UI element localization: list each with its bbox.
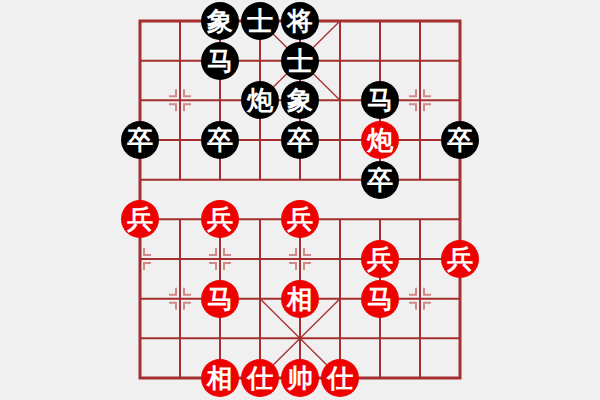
board-point-c6r8[interactable] [360, 318, 400, 358]
board-point-c8r4[interactable] [440, 160, 480, 200]
board-point-c3r9[interactable]: 仕 [240, 358, 280, 398]
board-point-c7r6[interactable] [400, 239, 440, 279]
board-point-c4r6[interactable] [280, 239, 320, 279]
board-point-c6r7[interactable]: 马 [360, 279, 400, 319]
board-point-c7r9[interactable] [400, 358, 440, 398]
piece-black-horse[interactable]: 马 [361, 81, 399, 119]
board-point-c8r1[interactable] [440, 41, 480, 81]
board-point-c3r6[interactable] [240, 239, 280, 279]
board-point-c4r5[interactable]: 兵 [280, 199, 320, 239]
board-point-c5r0[interactable] [320, 1, 360, 41]
board-point-c7r0[interactable] [400, 1, 440, 41]
board-point-c5r8[interactable] [320, 318, 360, 358]
board-point-c4r4[interactable] [280, 160, 320, 200]
board-point-c5r2[interactable] [320, 80, 360, 120]
board-point-c0r8[interactable] [120, 318, 160, 358]
board-point-c8r2[interactable] [440, 80, 480, 120]
board-point-c4r2[interactable]: 象 [280, 80, 320, 120]
board-point-c7r2[interactable] [400, 80, 440, 120]
board-point-c8r6[interactable]: 兵 [440, 239, 480, 279]
board-point-c1r3[interactable] [160, 120, 200, 160]
board-point-c2r7[interactable]: 马 [200, 279, 240, 319]
board-point-c6r2[interactable]: 马 [360, 80, 400, 120]
board-point-c1r9[interactable] [160, 358, 200, 398]
board-point-c7r1[interactable] [400, 41, 440, 81]
board-point-c2r3[interactable]: 卒 [200, 120, 240, 160]
board-point-c5r3[interactable] [320, 120, 360, 160]
piece-black-general[interactable]: 将 [281, 2, 319, 40]
board-point-c0r2[interactable] [120, 80, 160, 120]
piece-red-advisor[interactable]: 仕 [321, 359, 359, 397]
board-point-c1r4[interactable] [160, 160, 200, 200]
piece-black-elephant[interactable]: 象 [201, 2, 239, 40]
board-point-c1r1[interactable] [160, 41, 200, 81]
piece-red-advisor[interactable]: 仕 [241, 359, 279, 397]
board-point-c6r1[interactable] [360, 41, 400, 81]
piece-black-horse[interactable]: 马 [201, 42, 239, 80]
board-point-c2r2[interactable] [200, 80, 240, 120]
board-point-c8r9[interactable] [440, 358, 480, 398]
piece-red-general[interactable]: 帅 [281, 359, 319, 397]
xiangqi-diagram: 象士将马士炮象马卒卒卒炮卒卒兵兵兵兵兵马相马相仕帅仕 [0, 0, 600, 400]
board-point-c6r4[interactable]: 卒 [360, 160, 400, 200]
board-point-c3r7[interactable] [240, 279, 280, 319]
piece-black-soldier[interactable]: 卒 [281, 121, 319, 159]
board-point-c1r6[interactable] [160, 239, 200, 279]
board-point-c4r7[interactable]: 相 [280, 279, 320, 319]
piece-red-elephant[interactable]: 相 [281, 280, 319, 318]
board-point-c2r4[interactable] [200, 160, 240, 200]
board-point-c5r4[interactable] [320, 160, 360, 200]
board-point-c1r2[interactable] [160, 80, 200, 120]
board-point-c5r5[interactable] [320, 199, 360, 239]
board-point-c1r7[interactable] [160, 279, 200, 319]
board-point-c2r0[interactable]: 象 [200, 1, 240, 41]
board-point-c0r5[interactable]: 兵 [120, 199, 160, 239]
board-point-c4r9[interactable]: 帅 [280, 358, 320, 398]
board-point-c7r5[interactable] [400, 199, 440, 239]
board-point-c2r6[interactable] [200, 239, 240, 279]
board-point-c2r8[interactable] [200, 318, 240, 358]
piece-black-soldier[interactable]: 卒 [121, 121, 159, 159]
board-point-c3r0[interactable]: 士 [240, 1, 280, 41]
board-point-c6r3[interactable]: 炮 [360, 120, 400, 160]
board-point-c8r3[interactable]: 卒 [440, 120, 480, 160]
board-point-c1r0[interactable] [160, 1, 200, 41]
piece-black-elephant[interactable]: 象 [281, 81, 319, 119]
board-point-c5r6[interactable] [320, 239, 360, 279]
piece-black-soldier[interactable]: 卒 [361, 161, 399, 199]
board-point-c6r5[interactable] [360, 199, 400, 239]
board-point-c8r8[interactable] [440, 318, 480, 358]
board-point-c7r3[interactable] [400, 120, 440, 160]
board-point-c2r9[interactable]: 相 [200, 358, 240, 398]
board-point-c3r5[interactable] [240, 199, 280, 239]
board-point-c0r1[interactable] [120, 41, 160, 81]
board-point-c7r7[interactable] [400, 279, 440, 319]
board-point-c3r8[interactable] [240, 318, 280, 358]
board-point-c5r1[interactable] [320, 41, 360, 81]
piece-red-elephant[interactable]: 相 [201, 359, 239, 397]
board-point-c4r1[interactable]: 士 [280, 41, 320, 81]
board-point-c5r7[interactable] [320, 279, 360, 319]
board-point-c1r8[interactable] [160, 318, 200, 358]
board-point-c0r7[interactable] [120, 279, 160, 319]
piece-black-soldier[interactable]: 卒 [201, 121, 239, 159]
piece-red-soldier[interactable]: 兵 [121, 200, 159, 238]
board-point-c0r0[interactable] [120, 1, 160, 41]
board-point-c8r7[interactable] [440, 279, 480, 319]
piece-red-soldier[interactable]: 兵 [441, 240, 479, 278]
board-point-c4r0[interactable]: 将 [280, 1, 320, 41]
board-point-c4r8[interactable] [280, 318, 320, 358]
board-point-c6r9[interactable] [360, 358, 400, 398]
board-point-c3r4[interactable] [240, 160, 280, 200]
xiangqi-board[interactable]: 象士将马士炮象马卒卒卒炮卒卒兵兵兵兵兵马相马相仕帅仕 [120, 1, 480, 398]
board-point-c7r4[interactable] [400, 160, 440, 200]
piece-red-soldier[interactable]: 兵 [281, 200, 319, 238]
piece-black-advisor[interactable]: 士 [241, 2, 279, 40]
board-point-c0r3[interactable]: 卒 [120, 120, 160, 160]
board-point-c2r1[interactable]: 马 [200, 41, 240, 81]
board-point-c3r2[interactable]: 炮 [240, 80, 280, 120]
board-point-c0r4[interactable] [120, 160, 160, 200]
board-point-c8r0[interactable] [440, 1, 480, 41]
board-point-c6r0[interactable] [360, 1, 400, 41]
piece-black-advisor[interactable]: 士 [281, 42, 319, 80]
piece-red-soldier[interactable]: 兵 [201, 200, 239, 238]
board-point-c0r9[interactable] [120, 358, 160, 398]
piece-black-soldier[interactable]: 卒 [441, 121, 479, 159]
board-point-c3r3[interactable] [240, 120, 280, 160]
board-point-c1r5[interactable] [160, 199, 200, 239]
piece-red-horse[interactable]: 马 [361, 280, 399, 318]
board-point-c0r6[interactable] [120, 239, 160, 279]
board-point-c6r6[interactable]: 兵 [360, 239, 400, 279]
piece-black-cannon[interactable]: 炮 [241, 81, 279, 119]
board-point-c5r9[interactable]: 仕 [320, 358, 360, 398]
board-point-c7r8[interactable] [400, 318, 440, 358]
board-point-c3r1[interactable] [240, 41, 280, 81]
piece-red-soldier[interactable]: 兵 [361, 240, 399, 278]
board-point-c8r5[interactable] [440, 199, 480, 239]
piece-red-horse[interactable]: 马 [201, 280, 239, 318]
board-point-c2r5[interactable]: 兵 [200, 199, 240, 239]
piece-red-cannon[interactable]: 炮 [361, 121, 399, 159]
board-point-c4r3[interactable]: 卒 [280, 120, 320, 160]
